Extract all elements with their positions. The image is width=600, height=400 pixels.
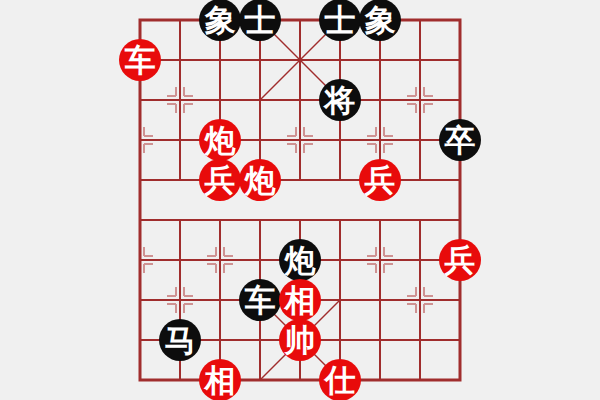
piece-black-soldier[interactable]: 卒 — [439, 119, 481, 161]
piece-red-elephant[interactable]: 相 — [199, 359, 241, 400]
piece-red-chariot[interactable]: 车 — [119, 39, 161, 81]
piece-red-advisor[interactable]: 仕 — [319, 359, 361, 400]
piece-black-advisor[interactable]: 士 — [239, 0, 281, 41]
piece-red-soldier[interactable]: 兵 — [439, 239, 481, 281]
piece-red-soldier[interactable]: 兵 — [359, 159, 401, 201]
piece-black-cannon[interactable]: 炮 — [279, 239, 321, 281]
piece-black-chariot[interactable]: 车 — [239, 279, 281, 321]
xiangqi-board: 象士士象将卒炮车马车炮兵炮兵兵相帅相仕 — [0, 0, 600, 400]
piece-black-advisor[interactable]: 士 — [319, 0, 361, 41]
piece-red-cannon[interactable]: 炮 — [199, 119, 241, 161]
piece-red-cannon[interactable]: 炮 — [239, 159, 281, 201]
piece-red-elephant[interactable]: 相 — [279, 279, 321, 321]
piece-black-general[interactable]: 将 — [319, 79, 361, 121]
piece-black-elephant[interactable]: 象 — [199, 0, 241, 41]
piece-black-elephant[interactable]: 象 — [359, 0, 401, 41]
pieces-layer: 象士士象将卒炮车马车炮兵炮兵兵相帅相仕 — [120, 0, 480, 400]
piece-red-soldier[interactable]: 兵 — [199, 159, 241, 201]
piece-black-horse[interactable]: 马 — [159, 319, 201, 361]
piece-red-general[interactable]: 帅 — [279, 319, 321, 361]
